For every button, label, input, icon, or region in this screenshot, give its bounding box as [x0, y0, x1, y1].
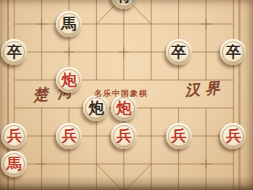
- cell-f2-r2: 馬: [55, 10, 82, 38]
- piece-black-general[interactable]: 将: [111, 0, 137, 9]
- piece-character: 兵: [171, 129, 186, 144]
- cell-f4-r1: 将: [110, 0, 137, 10]
- app-watermark: 名乐中国象棋: [94, 88, 148, 99]
- piece-character: 将: [116, 0, 131, 4]
- cell-f2-r6: 兵: [55, 122, 82, 150]
- cell-f0-r6: 兵: [1, 122, 28, 150]
- piece-character: 兵: [61, 129, 76, 144]
- piece-character: 兵: [116, 129, 131, 144]
- piece-character: 兵: [226, 129, 241, 144]
- piece-black-soldier[interactable]: 卒: [220, 39, 246, 65]
- piece-red-soldier[interactable]: 兵: [220, 123, 246, 149]
- piece-red-horse[interactable]: 馬: [1, 151, 27, 177]
- piece-black-soldier[interactable]: 卒: [166, 39, 192, 65]
- piece-black-soldier[interactable]: 卒: [1, 39, 27, 65]
- cell-f6-r6: 兵: [165, 122, 192, 150]
- cell-f0-r3: 卒: [1, 38, 28, 66]
- cell-f0-r7: 馬: [1, 150, 28, 178]
- piece-red-cannon[interactable]: 炮: [56, 67, 82, 93]
- cell-f6-r3: 卒: [165, 38, 192, 66]
- cell-f2-r4: 炮: [55, 66, 82, 94]
- piece-character: 馬: [61, 17, 76, 32]
- piece-character: 卒: [226, 45, 241, 60]
- piece-character: 馬: [7, 157, 22, 172]
- piece-character: 炮: [61, 73, 76, 88]
- piece-red-soldier[interactable]: 兵: [1, 123, 27, 149]
- piece-character: 卒: [7, 45, 22, 60]
- piece-black-horse[interactable]: 馬: [56, 11, 82, 37]
- cell-f4-r6: 兵: [110, 122, 137, 150]
- xiangqi-board: 楚河 汉界 将馬卒卒卒炮炮炮兵兵兵兵兵馬 名乐中国象棋: [0, 0, 253, 190]
- piece-red-soldier[interactable]: 兵: [166, 123, 192, 149]
- cell-f8-r3: 卒: [220, 38, 247, 66]
- piece-character: 兵: [7, 129, 22, 144]
- piece-character: 卒: [171, 45, 186, 60]
- piece-red-soldier[interactable]: 兵: [111, 123, 137, 149]
- piece-character: 炮: [116, 101, 131, 116]
- piece-character: 炮: [89, 101, 104, 116]
- cell-f8-r6: 兵: [220, 122, 247, 150]
- piece-red-soldier[interactable]: 兵: [56, 123, 82, 149]
